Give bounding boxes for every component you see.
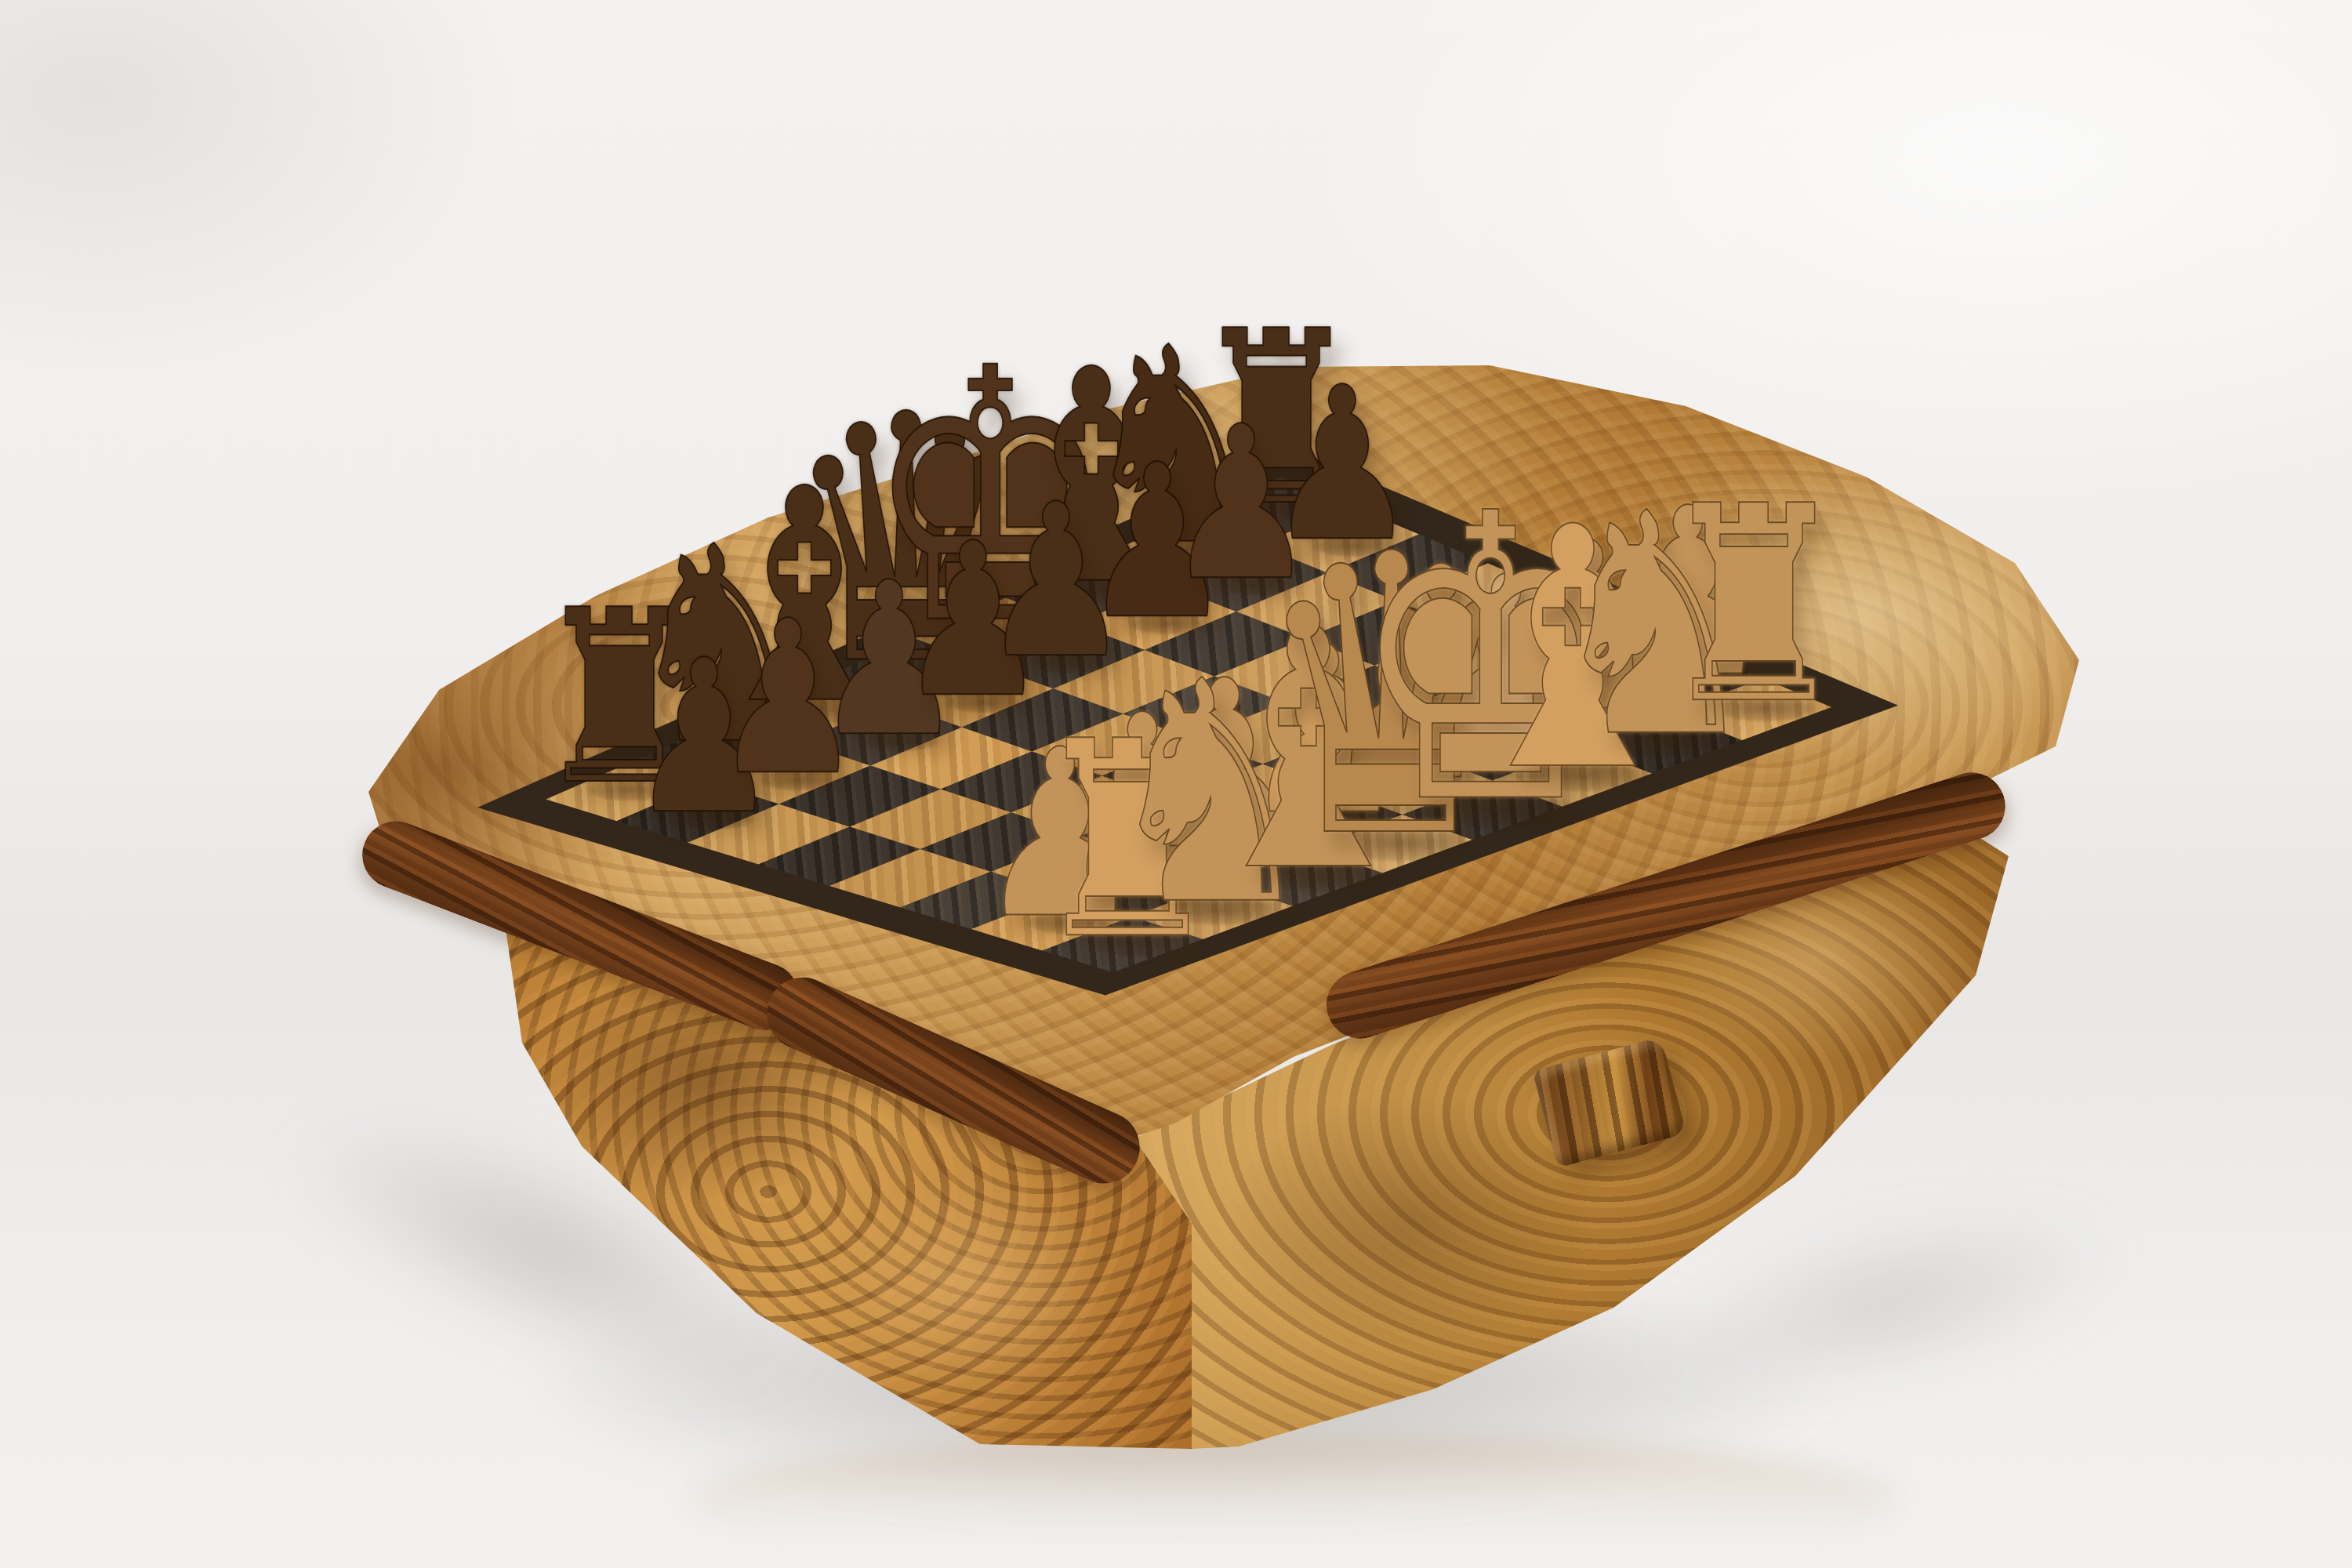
white-rook-h1: ♜ — [1657, 470, 1850, 741]
studio-product-photo: ♜♞♝♛♚♝♞♜♟♟♟♟♟♟♟♟♟♟♟♟♟♟♟♟♜♞♝♛♚♝♞♜ — [0, 0, 2352, 1568]
chess-pieces-layer: ♜♞♝♛♚♝♞♜♟♟♟♟♟♟♟♟♟♟♟♟♟♟♟♟♜♞♝♛♚♝♞♜ — [0, 0, 2352, 1568]
